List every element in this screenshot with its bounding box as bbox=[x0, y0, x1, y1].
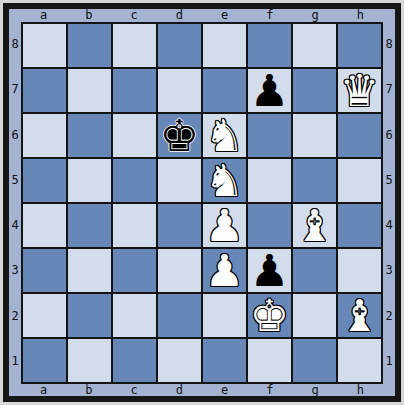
square-f7[interactable]: ♟ bbox=[248, 69, 291, 112]
rank-label-5: 5 bbox=[383, 157, 395, 202]
rank-label-7: 7 bbox=[9, 67, 21, 112]
white-knight-e6[interactable]: ♞ bbox=[205, 114, 244, 157]
square-c4[interactable] bbox=[113, 204, 156, 247]
square-d2[interactable] bbox=[158, 294, 201, 337]
square-g2[interactable] bbox=[293, 294, 336, 337]
square-h1[interactable] bbox=[338, 339, 381, 382]
square-g1[interactable] bbox=[293, 339, 336, 382]
white-knight-e5[interactable]: ♞ bbox=[205, 159, 244, 202]
rank-label-4: 4 bbox=[383, 203, 395, 248]
square-a3[interactable] bbox=[23, 249, 66, 292]
file-label-c: c bbox=[112, 384, 157, 397]
square-c3[interactable] bbox=[113, 249, 156, 292]
square-h6[interactable] bbox=[338, 114, 381, 157]
square-f3[interactable]: ♟ bbox=[248, 249, 291, 292]
square-b7[interactable] bbox=[68, 69, 111, 112]
rank-label-2: 2 bbox=[9, 293, 21, 338]
white-queen-h7[interactable]: ♛ bbox=[340, 69, 379, 112]
black-king-d6[interactable]: ♚ bbox=[160, 114, 199, 157]
square-g4[interactable]: ♝ bbox=[293, 204, 336, 247]
rank-label-1: 1 bbox=[383, 338, 395, 383]
file-label-c: c bbox=[112, 9, 157, 22]
square-g3[interactable] bbox=[293, 249, 336, 292]
rank-label-8: 8 bbox=[383, 22, 395, 67]
square-a8[interactable] bbox=[23, 24, 66, 67]
square-g6[interactable] bbox=[293, 114, 336, 157]
rank-label-1: 1 bbox=[9, 338, 21, 383]
square-b3[interactable] bbox=[68, 249, 111, 292]
square-h7[interactable]: ♛ bbox=[338, 69, 381, 112]
square-b1[interactable] bbox=[68, 339, 111, 382]
file-label-h: h bbox=[338, 9, 383, 22]
square-f8[interactable] bbox=[248, 24, 291, 67]
file-label-e: e bbox=[202, 9, 247, 22]
rank-label-3: 3 bbox=[9, 248, 21, 293]
rank-label-2: 2 bbox=[383, 293, 395, 338]
square-g5[interactable] bbox=[293, 159, 336, 202]
square-d8[interactable] bbox=[158, 24, 201, 67]
square-f6[interactable] bbox=[248, 114, 291, 157]
black-pawn-f3[interactable]: ♟ bbox=[250, 249, 289, 292]
square-c7[interactable] bbox=[113, 69, 156, 112]
square-e4[interactable]: ♟ bbox=[203, 204, 246, 247]
square-g8[interactable] bbox=[293, 24, 336, 67]
square-c8[interactable] bbox=[113, 24, 156, 67]
file-label-d: d bbox=[157, 9, 202, 22]
square-d7[interactable] bbox=[158, 69, 201, 112]
file-label-e: e bbox=[202, 384, 247, 397]
rank-label-5: 5 bbox=[9, 157, 21, 202]
square-c1[interactable] bbox=[113, 339, 156, 382]
square-g7[interactable] bbox=[293, 69, 336, 112]
square-e7[interactable] bbox=[203, 69, 246, 112]
square-a6[interactable] bbox=[23, 114, 66, 157]
square-d4[interactable] bbox=[158, 204, 201, 247]
square-a2[interactable] bbox=[23, 294, 66, 337]
square-a1[interactable] bbox=[23, 339, 66, 382]
square-h3[interactable] bbox=[338, 249, 381, 292]
black-pawn-f7[interactable]: ♟ bbox=[250, 69, 289, 112]
square-e5[interactable]: ♞ bbox=[203, 159, 246, 202]
square-f2[interactable]: ♚ bbox=[248, 294, 291, 337]
chess-board: ♟♛♚♞♞♟♝♟♟♚♝ bbox=[21, 22, 383, 384]
square-b2[interactable] bbox=[68, 294, 111, 337]
white-bishop-g4[interactable]: ♝ bbox=[295, 204, 334, 247]
square-h8[interactable] bbox=[338, 24, 381, 67]
square-d1[interactable] bbox=[158, 339, 201, 382]
rank-label-7: 7 bbox=[383, 67, 395, 112]
square-e2[interactable] bbox=[203, 294, 246, 337]
square-b6[interactable] bbox=[68, 114, 111, 157]
white-bishop-h2[interactable]: ♝ bbox=[340, 294, 379, 337]
file-label-f: f bbox=[247, 9, 292, 22]
file-labels-bottom: abcdefgh bbox=[21, 384, 383, 397]
file-label-b: b bbox=[66, 9, 111, 22]
square-d3[interactable] bbox=[158, 249, 201, 292]
file-label-b: b bbox=[66, 384, 111, 397]
file-labels-top: abcdefgh bbox=[21, 9, 383, 22]
file-label-h: h bbox=[338, 384, 383, 397]
chess-diagram: abcdefgh 87654321 ♟♛♚♞♞♟♝♟♟♚♝ 87654321 a… bbox=[0, 0, 404, 405]
square-h2[interactable]: ♝ bbox=[338, 294, 381, 337]
rank-labels-left: 87654321 bbox=[9, 22, 21, 384]
square-e6[interactable]: ♞ bbox=[203, 114, 246, 157]
square-f5[interactable] bbox=[248, 159, 291, 202]
file-label-f: f bbox=[247, 384, 292, 397]
square-a5[interactable] bbox=[23, 159, 66, 202]
square-h5[interactable] bbox=[338, 159, 381, 202]
rank-label-4: 4 bbox=[9, 203, 21, 248]
board-middle-row: 87654321 ♟♛♚♞♞♟♝♟♟♚♝ 87654321 bbox=[9, 22, 395, 384]
file-label-d: d bbox=[157, 384, 202, 397]
square-f1[interactable] bbox=[248, 339, 291, 382]
square-a7[interactable] bbox=[23, 69, 66, 112]
white-pawn-e3[interactable]: ♟ bbox=[205, 249, 244, 292]
square-h4[interactable] bbox=[338, 204, 381, 247]
square-b5[interactable] bbox=[68, 159, 111, 202]
square-f4[interactable] bbox=[248, 204, 291, 247]
file-label-g: g bbox=[293, 9, 338, 22]
board-frame: abcdefgh 87654321 ♟♛♚♞♞♟♝♟♟♚♝ 87654321 a… bbox=[3, 3, 401, 402]
square-e1[interactable] bbox=[203, 339, 246, 382]
rank-label-6: 6 bbox=[9, 112, 21, 157]
rank-label-3: 3 bbox=[383, 248, 395, 293]
square-b8[interactable] bbox=[68, 24, 111, 67]
rank-label-8: 8 bbox=[9, 22, 21, 67]
rank-label-6: 6 bbox=[383, 112, 395, 157]
file-label-a: a bbox=[21, 384, 66, 397]
file-label-g: g bbox=[293, 384, 338, 397]
white-king-f2[interactable]: ♚ bbox=[250, 294, 289, 337]
square-c2[interactable] bbox=[113, 294, 156, 337]
rank-labels-right: 87654321 bbox=[383, 22, 395, 384]
square-d6[interactable]: ♚ bbox=[158, 114, 201, 157]
white-pawn-e4[interactable]: ♟ bbox=[205, 204, 244, 247]
square-a4[interactable] bbox=[23, 204, 66, 247]
square-e8[interactable] bbox=[203, 24, 246, 67]
file-label-a: a bbox=[21, 9, 66, 22]
square-c5[interactable] bbox=[113, 159, 156, 202]
square-c6[interactable] bbox=[113, 114, 156, 157]
square-d5[interactable] bbox=[158, 159, 201, 202]
square-b4[interactable] bbox=[68, 204, 111, 247]
square-e3[interactable]: ♟ bbox=[203, 249, 246, 292]
